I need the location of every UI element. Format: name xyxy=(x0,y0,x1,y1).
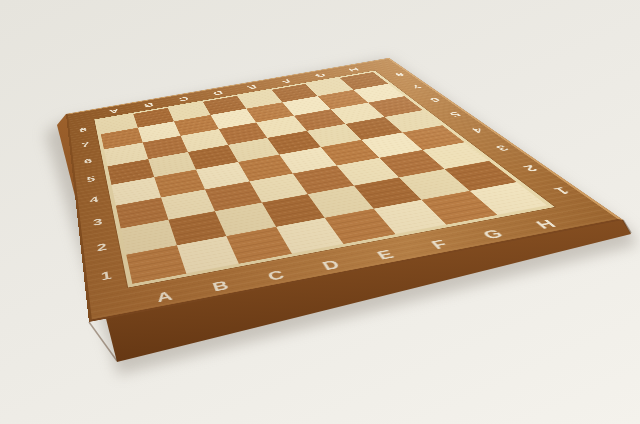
rank-label-left-4: 4 xyxy=(77,187,112,214)
rank-label-left-2: 2 xyxy=(82,231,122,264)
scene: AABBCCDDEEFFGGHH1122334455667788 xyxy=(0,0,640,424)
rank-label-left-3: 3 xyxy=(80,208,117,238)
rank-label-left-5: 5 xyxy=(75,168,108,193)
rank-label-left-1: 1 xyxy=(85,258,128,296)
rank-label-left-6: 6 xyxy=(73,150,104,172)
rank-label-left-8: 8 xyxy=(69,121,97,140)
rank-label-left-7: 7 xyxy=(71,135,101,156)
